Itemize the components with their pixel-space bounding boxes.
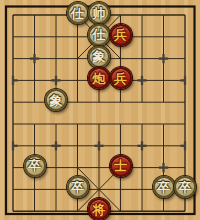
piece-ivory-advisor[interactable]: 仕 [67,2,89,24]
piece-ivory-soldier[interactable]: 卒 [174,176,196,198]
piece-red-advisor[interactable]: 士 [110,155,132,177]
red-soldier-glyph: 兵 [114,71,127,84]
piece-ivory-soldier[interactable]: 卒 [67,176,89,198]
piece-ivory-elephant[interactable]: 象 [88,46,110,68]
ivory-advisor-glyph: 仕 [93,28,106,41]
pieces-layer: 仕帅仕兵象炮兵象卒士卒卒卒将 [0,0,200,220]
red-general-glyph: 将 [93,202,106,215]
piece-ivory-advisor[interactable]: 仕 [88,24,110,46]
piece-ivory-general[interactable]: 帅 [88,2,110,24]
ivory-general-glyph: 帅 [93,6,106,19]
ivory-elephant-glyph: 象 [50,93,63,106]
ivory-soldier-glyph: 卒 [71,180,84,193]
piece-ivory-elephant[interactable]: 象 [45,89,67,111]
ivory-elephant-glyph: 象 [93,50,106,63]
ivory-soldier-glyph: 卒 [179,180,192,193]
piece-ivory-soldier[interactable]: 卒 [153,176,175,198]
ivory-soldier-glyph: 卒 [157,180,170,193]
red-cannon-glyph: 炮 [93,71,106,84]
piece-red-soldier[interactable]: 兵 [110,24,132,46]
ivory-soldier-glyph: 卒 [28,159,41,172]
red-soldier-glyph: 兵 [114,28,127,41]
piece-ivory-soldier[interactable]: 卒 [24,155,46,177]
ivory-advisor-glyph: 仕 [71,6,84,19]
piece-red-general[interactable]: 将 [88,198,110,220]
piece-red-cannon[interactable]: 炮 [88,67,110,89]
piece-red-soldier[interactable]: 兵 [110,67,132,89]
red-advisor-glyph: 士 [114,159,127,172]
xiangqi-board: 仕帅仕兵象炮兵象卒士卒卒卒将 [0,0,200,220]
